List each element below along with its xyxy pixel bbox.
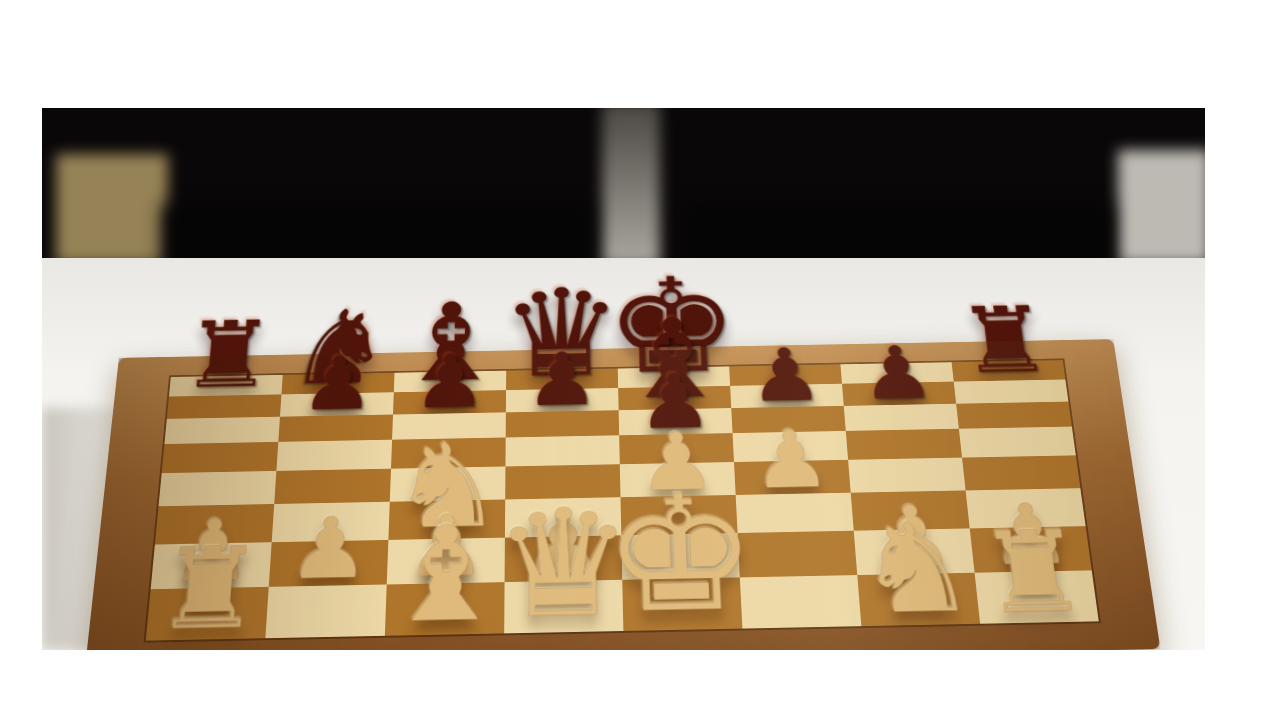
chair-back-left	[56, 154, 168, 264]
square-f4: ♟	[734, 460, 851, 495]
square-e5	[619, 433, 734, 464]
square-b7: ♟	[280, 392, 394, 416]
square-d2: ♟	[505, 535, 623, 582]
square-h4	[962, 455, 1080, 490]
chess-photo: ♜♞♝♛♚♜♟♟♟♝♟♟♟♟♟♞♟♟♟♟♟♟♜♝♛♚♞♜	[42, 108, 1205, 650]
square-c6	[392, 412, 506, 439]
square-b3	[272, 502, 390, 543]
square-f3	[736, 493, 854, 533]
square-b4	[274, 469, 391, 504]
square-d1: ♛	[504, 580, 623, 634]
square-h7	[954, 379, 1069, 403]
square-d8: ♛	[506, 369, 618, 391]
square-b5	[276, 440, 392, 471]
square-a4	[159, 471, 277, 506]
square-a8: ♜	[169, 375, 283, 397]
square-a3	[155, 504, 274, 545]
player-shirt	[602, 108, 660, 266]
square-f1	[740, 575, 862, 629]
square-h1: ♜	[975, 570, 1099, 623]
square-e3	[621, 495, 738, 535]
square-d3	[505, 497, 621, 537]
square-a1: ♜	[146, 587, 269, 641]
square-e7: ♝	[618, 386, 731, 410]
square-f8	[729, 364, 842, 386]
square-c8: ♝	[394, 371, 506, 393]
chair-back-right	[1118, 150, 1205, 264]
square-c3: ♞	[388, 499, 505, 539]
square-e4: ♟	[620, 462, 736, 497]
square-c4	[390, 466, 506, 501]
square-h2: ♟	[970, 526, 1092, 573]
square-b8: ♞	[281, 373, 394, 395]
square-a7	[167, 394, 282, 418]
square-c2: ♟	[387, 538, 505, 585]
square-h5	[959, 427, 1076, 458]
square-g4	[848, 458, 966, 493]
square-a6	[164, 417, 280, 444]
square-b2: ♟	[269, 540, 389, 587]
square-g2: ♟	[854, 528, 975, 575]
dark-background	[42, 108, 1205, 260]
chess-board: ♜♞♝♛♚♜♟♟♟♝♟♟♟♟♟♞♟♟♟♟♟♟♜♝♛♚♞♜	[146, 360, 1099, 641]
square-f5	[733, 431, 849, 462]
square-e1: ♚	[622, 577, 742, 631]
square-b1	[265, 584, 386, 638]
square-c5	[391, 437, 506, 468]
square-d4	[505, 464, 620, 499]
wooden-board-rim: ♜♞♝♛♚♜♟♟♟♝♟♟♟♟♟♞♟♟♟♟♟♟♜♝♛♚♞♜	[85, 339, 1161, 650]
square-a2: ♟	[151, 542, 272, 589]
square-g6	[844, 404, 959, 431]
square-f6	[731, 406, 846, 433]
square-g5	[846, 429, 962, 460]
square-a5	[162, 442, 279, 473]
square-c1: ♝	[385, 582, 505, 636]
square-e2	[621, 533, 740, 580]
square-g3	[851, 490, 970, 530]
square-h3	[966, 488, 1086, 528]
square-f2	[738, 531, 858, 578]
square-b6	[278, 415, 393, 442]
square-h6	[956, 402, 1072, 429]
square-d5	[505, 435, 619, 466]
square-e8: ♚	[618, 366, 730, 388]
square-f7: ♟	[730, 384, 844, 408]
square-g7: ♟	[842, 382, 956, 406]
square-c7: ♟	[393, 390, 506, 414]
square-h8: ♜	[952, 360, 1066, 381]
square-g8	[840, 362, 953, 384]
square-g1: ♞	[857, 573, 980, 626]
square-d6	[506, 410, 619, 437]
square-e6: ♟	[619, 408, 733, 435]
square-d7: ♟	[506, 388, 619, 412]
